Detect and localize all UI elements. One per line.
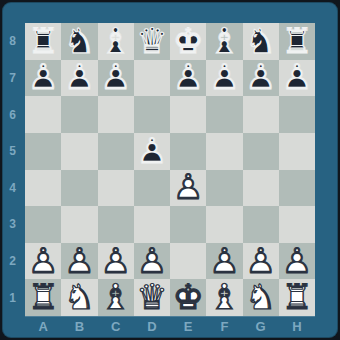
- piece-glyph-outline: ♘: [243, 279, 279, 316]
- piece-glyph-fill: ♚: [170, 279, 206, 316]
- piece-glyph-outline: ♙: [61, 243, 97, 280]
- square-e2[interactable]: [170, 243, 206, 280]
- piece-white-pawn[interactable]: ♟♙: [134, 243, 170, 280]
- square-g4[interactable]: [243, 170, 279, 207]
- piece-glyph-fill: ♟: [61, 60, 97, 97]
- piece-glyph-fill: ♜: [279, 279, 315, 316]
- square-e1[interactable]: ♚♔: [170, 279, 206, 316]
- square-c5[interactable]: [98, 133, 134, 170]
- rank-label-6: 6: [0, 96, 25, 133]
- piece-white-rook[interactable]: ♜♖: [279, 279, 315, 316]
- piece-glyph-fill: ♟: [98, 243, 134, 280]
- square-d4[interactable]: [134, 170, 170, 207]
- square-d5[interactable]: ♟♙: [134, 133, 170, 170]
- square-b3[interactable]: [61, 206, 97, 243]
- piece-glyph-fill: ♟: [134, 133, 170, 170]
- piece-glyph-outline: ♗: [206, 23, 242, 60]
- rank-label-5: 5: [0, 133, 25, 170]
- piece-glyph-fill: ♝: [206, 23, 242, 60]
- piece-white-king[interactable]: ♚♔: [170, 279, 206, 316]
- square-e5[interactable]: [170, 133, 206, 170]
- piece-black-knight[interactable]: ♞♘: [243, 23, 279, 60]
- piece-glyph-outline: ♙: [279, 60, 315, 97]
- piece-glyph-fill: ♛: [134, 23, 170, 60]
- piece-glyph-outline: ♖: [279, 23, 315, 60]
- piece-glyph-fill: ♜: [279, 23, 315, 60]
- piece-black-king[interactable]: ♚♔: [170, 23, 206, 60]
- square-d7[interactable]: [134, 60, 170, 97]
- piece-glyph-outline: ♙: [170, 170, 206, 207]
- square-h6[interactable]: [279, 96, 315, 133]
- square-h7[interactable]: ♟♙: [279, 60, 315, 97]
- file-label-c: C: [98, 315, 134, 338]
- square-c8[interactable]: ♝♗: [98, 23, 134, 60]
- square-d6[interactable]: [134, 96, 170, 133]
- piece-white-pawn[interactable]: ♟♙: [279, 243, 315, 280]
- square-g5[interactable]: [243, 133, 279, 170]
- piece-glyph-fill: ♟: [279, 243, 315, 280]
- piece-black-pawn[interactable]: ♟♙: [134, 133, 170, 170]
- piece-white-pawn[interactable]: ♟♙: [243, 243, 279, 280]
- piece-black-pawn[interactable]: ♟♙: [243, 60, 279, 97]
- rank-labels: 87654321: [0, 23, 25, 316]
- square-a3[interactable]: [25, 206, 61, 243]
- square-a8[interactable]: ♜♖: [25, 23, 61, 60]
- file-label-a: A: [25, 315, 61, 338]
- square-b6[interactable]: [61, 96, 97, 133]
- piece-glyph-outline: ♙: [243, 243, 279, 280]
- piece-glyph-outline: ♙: [98, 60, 134, 97]
- rank-label-1: 1: [0, 279, 25, 316]
- square-a7[interactable]: ♟♙: [25, 60, 61, 97]
- square-f6[interactable]: [206, 96, 242, 133]
- square-d1[interactable]: ♛♕: [134, 279, 170, 316]
- square-e8[interactable]: ♚♔: [170, 23, 206, 60]
- piece-white-pawn[interactable]: ♟♙: [98, 243, 134, 280]
- piece-glyph-outline: ♘: [61, 23, 97, 60]
- square-a4[interactable]: [25, 170, 61, 207]
- piece-glyph-outline: ♕: [134, 23, 170, 60]
- piece-glyph-outline: ♗: [206, 279, 242, 316]
- square-b5[interactable]: [61, 133, 97, 170]
- square-h3[interactable]: [279, 206, 315, 243]
- square-h2[interactable]: ♟♙: [279, 243, 315, 280]
- piece-glyph-fill: ♟: [25, 60, 61, 97]
- piece-black-pawn[interactable]: ♟♙: [61, 60, 97, 97]
- piece-glyph-outline: ♙: [25, 60, 61, 97]
- square-d2[interactable]: ♟♙: [134, 243, 170, 280]
- piece-glyph-fill: ♞: [243, 279, 279, 316]
- square-a6[interactable]: [25, 96, 61, 133]
- piece-white-bishop[interactable]: ♝♗: [98, 279, 134, 316]
- square-f7[interactable]: ♟♙: [206, 60, 242, 97]
- square-e6[interactable]: [170, 96, 206, 133]
- piece-glyph-fill: ♜: [25, 23, 61, 60]
- square-f1[interactable]: ♝♗: [206, 279, 242, 316]
- file-label-h: H: [279, 315, 315, 338]
- piece-glyph-outline: ♙: [61, 60, 97, 97]
- square-b7[interactable]: ♟♙: [61, 60, 97, 97]
- piece-glyph-fill: ♜: [25, 279, 61, 316]
- square-f3[interactable]: [206, 206, 242, 243]
- piece-black-pawn[interactable]: ♟♙: [206, 60, 242, 97]
- square-c7[interactable]: ♟♙: [98, 60, 134, 97]
- chess-board[interactable]: ♜♖♞♘♝♗♛♕♚♔♝♗♞♘♜♖♟♙♟♙♟♙♟♙♟♙♟♙♟♙♟♙♟♙♟♙♟♙♟♙…: [25, 23, 315, 316]
- square-e3[interactable]: [170, 206, 206, 243]
- square-e7[interactable]: ♟♙: [170, 60, 206, 97]
- piece-glyph-outline: ♘: [61, 279, 97, 316]
- square-a5[interactable]: [25, 133, 61, 170]
- piece-glyph-outline: ♙: [98, 243, 134, 280]
- square-b4[interactable]: [61, 170, 97, 207]
- piece-glyph-outline: ♙: [134, 243, 170, 280]
- piece-glyph-outline: ♙: [170, 60, 206, 97]
- rank-label-4: 4: [0, 170, 25, 207]
- chess-app-window: { "game": "chess", "position": { "fen": …: [0, 0, 340, 340]
- piece-glyph-fill: ♟: [61, 243, 97, 280]
- piece-glyph-fill: ♟: [134, 243, 170, 280]
- piece-glyph-outline: ♘: [243, 23, 279, 60]
- piece-glyph-fill: ♝: [206, 279, 242, 316]
- piece-black-rook[interactable]: ♜♖: [25, 23, 61, 60]
- square-f5[interactable]: [206, 133, 242, 170]
- square-g1[interactable]: ♞♘: [243, 279, 279, 316]
- piece-white-knight[interactable]: ♞♘: [61, 279, 97, 316]
- square-h4[interactable]: [279, 170, 315, 207]
- file-label-d: D: [134, 315, 170, 338]
- piece-glyph-fill: ♟: [170, 60, 206, 97]
- piece-glyph-outline: ♕: [134, 279, 170, 316]
- piece-white-knight[interactable]: ♞♘: [243, 279, 279, 316]
- square-f4[interactable]: [206, 170, 242, 207]
- piece-glyph-fill: ♟: [206, 243, 242, 280]
- piece-glyph-fill: ♝: [98, 279, 134, 316]
- square-g7[interactable]: ♟♙: [243, 60, 279, 97]
- piece-white-queen[interactable]: ♛♕: [134, 279, 170, 316]
- piece-glyph-outline: ♙: [206, 60, 242, 97]
- square-h8[interactable]: ♜♖: [279, 23, 315, 60]
- square-b2[interactable]: ♟♙: [61, 243, 97, 280]
- piece-white-bishop[interactable]: ♝♗: [206, 279, 242, 316]
- piece-glyph-fill: ♛: [134, 279, 170, 316]
- piece-glyph-outline: ♙: [25, 243, 61, 280]
- piece-glyph-fill: ♝: [98, 23, 134, 60]
- piece-black-pawn[interactable]: ♟♙: [279, 60, 315, 97]
- piece-glyph-outline: ♙: [134, 133, 170, 170]
- square-h5[interactable]: [279, 133, 315, 170]
- square-c4[interactable]: [98, 170, 134, 207]
- piece-glyph-fill: ♟: [25, 243, 61, 280]
- square-b8[interactable]: ♞♘: [61, 23, 97, 60]
- piece-glyph-outline: ♖: [25, 279, 61, 316]
- piece-white-pawn[interactable]: ♟♙: [170, 170, 206, 207]
- square-c1[interactable]: ♝♗: [98, 279, 134, 316]
- file-label-f: F: [206, 315, 242, 338]
- rank-label-7: 7: [0, 60, 25, 97]
- square-b1[interactable]: ♞♘: [61, 279, 97, 316]
- piece-glyph-fill: ♟: [98, 60, 134, 97]
- piece-glyph-fill: ♟: [243, 243, 279, 280]
- square-c6[interactable]: [98, 96, 134, 133]
- file-label-e: E: [170, 315, 206, 338]
- piece-glyph-fill: ♞: [61, 23, 97, 60]
- piece-black-pawn[interactable]: ♟♙: [170, 60, 206, 97]
- rank-label-8: 8: [0, 23, 25, 60]
- square-d8[interactable]: ♛♕: [134, 23, 170, 60]
- piece-glyph-outline: ♔: [170, 23, 206, 60]
- file-label-b: B: [61, 315, 97, 338]
- piece-glyph-fill: ♟: [279, 60, 315, 97]
- square-g8[interactable]: ♞♘: [243, 23, 279, 60]
- square-c3[interactable]: [98, 206, 134, 243]
- piece-black-queen[interactable]: ♛♕: [134, 23, 170, 60]
- piece-glyph-fill: ♟: [170, 170, 206, 207]
- piece-glyph-outline: ♙: [279, 243, 315, 280]
- file-label-g: G: [243, 315, 279, 338]
- piece-black-pawn[interactable]: ♟♙: [98, 60, 134, 97]
- square-f2[interactable]: ♟♙: [206, 243, 242, 280]
- piece-glyph-outline: ♙: [206, 243, 242, 280]
- piece-glyph-outline: ♖: [25, 23, 61, 60]
- piece-glyph-fill: ♞: [61, 279, 97, 316]
- piece-white-rook[interactable]: ♜♖: [25, 279, 61, 316]
- rank-label-2: 2: [0, 243, 25, 280]
- square-a2[interactable]: ♟♙: [25, 243, 61, 280]
- piece-black-pawn[interactable]: ♟♙: [25, 60, 61, 97]
- square-h1[interactable]: ♜♖: [279, 279, 315, 316]
- piece-glyph-outline: ♔: [170, 279, 206, 316]
- piece-glyph-outline: ♖: [279, 279, 315, 316]
- square-c2[interactable]: ♟♙: [98, 243, 134, 280]
- piece-glyph-outline: ♙: [243, 60, 279, 97]
- piece-black-bishop[interactable]: ♝♗: [206, 23, 242, 60]
- piece-glyph-outline: ♗: [98, 23, 134, 60]
- square-g6[interactable]: [243, 96, 279, 133]
- piece-white-pawn[interactable]: ♟♙: [61, 243, 97, 280]
- piece-black-knight[interactable]: ♞♘: [61, 23, 97, 60]
- square-e4[interactable]: ♟♙: [170, 170, 206, 207]
- piece-glyph-fill: ♟: [206, 60, 242, 97]
- piece-glyph-fill: ♚: [170, 23, 206, 60]
- piece-glyph-outline: ♗: [98, 279, 134, 316]
- piece-black-rook[interactable]: ♜♖: [279, 23, 315, 60]
- square-g2[interactable]: ♟♙: [243, 243, 279, 280]
- square-g3[interactable]: [243, 206, 279, 243]
- piece-black-bishop[interactable]: ♝♗: [98, 23, 134, 60]
- square-f8[interactable]: ♝♗: [206, 23, 242, 60]
- square-a1[interactable]: ♜♖: [25, 279, 61, 316]
- piece-glyph-fill: ♞: [243, 23, 279, 60]
- square-d3[interactable]: [134, 206, 170, 243]
- piece-glyph-fill: ♟: [243, 60, 279, 97]
- rank-label-3: 3: [0, 206, 25, 243]
- file-labels: ABCDEFGH: [25, 315, 315, 338]
- piece-white-pawn[interactable]: ♟♙: [25, 243, 61, 280]
- piece-white-pawn[interactable]: ♟♙: [206, 243, 242, 280]
